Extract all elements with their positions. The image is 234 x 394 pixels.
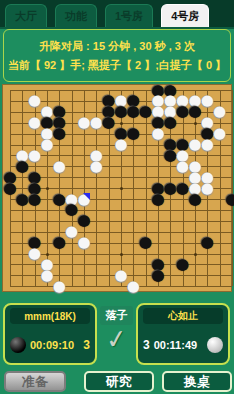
last-move-marker-icon: [83, 193, 90, 200]
tab-4号房[interactable]: 4号房: [161, 4, 209, 27]
black-stone: ●: [164, 182, 177, 195]
game-rules-text: 升降对局 : 15 分钟 , 30 秒 , 3 次: [4, 39, 230, 54]
star-point: [46, 187, 49, 190]
board-hline: [10, 210, 232, 211]
star-point: [194, 122, 197, 125]
tab-大厅[interactable]: 大厅: [5, 4, 47, 27]
white-clock: 00:11:49: [154, 339, 197, 351]
black-clock: 00:09:10: [30, 339, 74, 351]
black-stone: ●: [16, 160, 29, 173]
white-stone: ●: [114, 269, 127, 282]
drop-stone-control: 落子 ✓: [100, 306, 133, 362]
tab-功能[interactable]: 功能: [55, 4, 97, 27]
black-stone: ●: [188, 105, 201, 118]
white-stone-icon: [207, 337, 223, 353]
white-stone: ●: [77, 236, 90, 249]
black-stone: ●: [127, 127, 140, 140]
white-player-panel: 心如止 3 00:11:49: [136, 303, 230, 365]
go-board[interactable]: ●●●●●●●●●●●●●●●●●●●●●●●●●●●●●●●●●●●●●●●●…: [2, 84, 232, 292]
white-stone: ●: [201, 182, 214, 195]
board-hline: [10, 221, 232, 222]
black-stone: ●: [188, 193, 201, 206]
white-stone: ●: [127, 280, 140, 293]
black-stone: ●: [53, 127, 66, 140]
white-stone: ●: [53, 280, 66, 293]
white-stone: ●: [213, 105, 226, 118]
white-stone: ●: [90, 116, 103, 129]
black-stone: ●: [176, 258, 189, 271]
black-player-panel: mmm(18K) 00:09:10 3: [3, 303, 97, 365]
black-stone-icon: [10, 337, 26, 353]
black-stone: ●: [225, 193, 234, 206]
tab-bar: 大厅功能1号房4号房: [0, 0, 234, 29]
black-stone: ●: [151, 193, 164, 206]
white-stone: ●: [201, 138, 214, 151]
black-stone: ●: [164, 116, 177, 129]
black-stone: ●: [139, 236, 152, 249]
black-stone: ●: [16, 193, 29, 206]
white-stone: ●: [188, 138, 201, 151]
white-stone: ●: [114, 138, 127, 151]
black-stone: ●: [151, 269, 164, 282]
move-capture-text: 当前【 92 】手; 黑提子【 2 】;白提子【 0 】: [4, 58, 230, 73]
star-point: [194, 253, 197, 256]
black-stone: ●: [114, 105, 127, 118]
board-hline: [10, 232, 232, 233]
white-count: 3: [143, 338, 150, 352]
black-player-name: mmm(18K): [10, 308, 90, 324]
black-stone: ●: [201, 236, 214, 249]
star-point: [120, 253, 123, 256]
black-stone: ●: [4, 182, 17, 195]
white-stone: ●: [40, 138, 53, 151]
white-stone: ●: [201, 94, 214, 107]
white-player-name: 心如止: [143, 308, 223, 324]
white-stone: ●: [53, 160, 66, 173]
board-vline: [232, 90, 233, 286]
black-stone: ●: [127, 105, 140, 118]
black-stone: ●: [53, 236, 66, 249]
confirm-check-icon[interactable]: ✓: [98, 323, 135, 355]
white-stone: ●: [40, 269, 53, 282]
white-stone: ●: [28, 149, 41, 162]
star-point: [120, 187, 123, 190]
white-stone: ●: [213, 127, 226, 140]
white-stone: ●: [151, 127, 164, 140]
board-hline: [10, 286, 232, 287]
tab-1号房[interactable]: 1号房: [105, 4, 153, 27]
black-stone: ●: [77, 214, 90, 227]
black-stone: ●: [53, 193, 66, 206]
white-stone: ●: [90, 160, 103, 173]
black-stone: ●: [164, 149, 177, 162]
black-count: 3: [83, 338, 90, 352]
study-button[interactable]: 研究: [84, 371, 154, 392]
black-stone: ●: [28, 193, 41, 206]
change-table-button[interactable]: 换桌: [162, 371, 232, 392]
game-info-panel: 升降对局 : 15 分钟 , 30 秒 , 3 次 当前【 92 】手; 黑提子…: [3, 29, 231, 82]
board-hline: [10, 243, 232, 244]
go-app-window: 大厅功能1号房4号房 升降对局 : 15 分钟 , 30 秒 , 3 次 当前【…: [0, 0, 234, 394]
white-stone: ●: [77, 116, 90, 129]
ready-button[interactable]: 准备: [4, 371, 66, 392]
